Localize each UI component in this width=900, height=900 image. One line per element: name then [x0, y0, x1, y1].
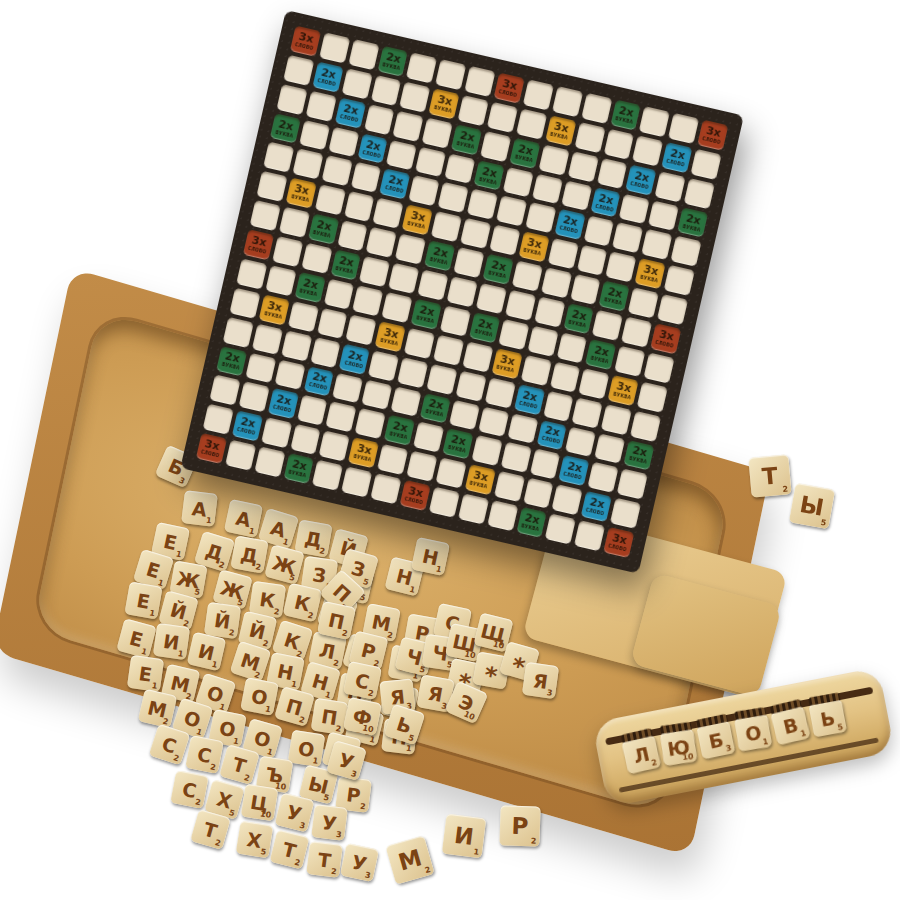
board-cell-r11c1[interactable]	[245, 352, 276, 383]
board-cell-r9c4[interactable]	[346, 314, 377, 345]
letter-tile-И[interactable]: И1	[442, 814, 487, 859]
letter-tile-Й[interactable]: Й2	[204, 601, 241, 638]
board-cell-r9c2[interactable]	[288, 301, 319, 332]
letter-tile-Е[interactable]: Е1	[124, 581, 162, 619]
board-cell-r4c13[interactable]	[641, 229, 672, 260]
board-cell-r8c11[interactable]	[556, 332, 587, 363]
letter-tile-Ф[interactable]: Ф10	[343, 697, 382, 736]
premium-cell-double-letter-r6c2[interactable]: 2хБУКВА	[308, 214, 339, 245]
premium-cell-double-letter-r8c6[interactable]: 2хБУКВА	[411, 299, 442, 330]
board-cell-r13c8[interactable]	[435, 458, 466, 489]
board-cell-r5c4[interactable]	[373, 198, 404, 229]
board-cell-r6c5[interactable]	[395, 234, 426, 265]
premium-cell-double-letter-r3c14[interactable]: 2хБУКВА	[677, 207, 708, 238]
board-cell-r0c2[interactable]	[348, 39, 379, 70]
premium-cell-double-letter-r6c6[interactable]: 2хБУКВА	[424, 240, 455, 271]
premium-cell-double-word-r11c3[interactable]: 2хСЛОВО	[303, 366, 334, 397]
board-cell-r10c2[interactable]	[281, 330, 312, 361]
board-cell-r12c9[interactable]	[471, 435, 502, 466]
board-cell-r3c10[interactable]	[561, 180, 592, 211]
letter-tile-О[interactable]: О1	[288, 730, 326, 768]
premium-cell-triple-letter-r5c1[interactable]: 3хБУКВА	[285, 178, 316, 209]
tile-value: 3	[725, 743, 732, 753]
board-cell-r1c14[interactable]	[691, 149, 722, 180]
letter-tile-М[interactable]: М2	[138, 689, 178, 729]
board-cell-r6c9[interactable]	[512, 261, 543, 292]
board-cell-r0c5[interactable]	[435, 59, 466, 90]
board-cell-r10c3[interactable]	[310, 337, 341, 368]
board-cell-r5c3[interactable]	[344, 191, 375, 222]
board-cell-r3c1[interactable]	[299, 120, 330, 151]
letter-tile-Я[interactable]: Я3	[522, 662, 559, 699]
tile-value: 1	[435, 565, 442, 575]
board-cell-r7c13[interactable]	[621, 317, 652, 348]
board-cell-r1c6[interactable]	[458, 95, 489, 126]
premium-cell-double-letter-r0c11[interactable]: 2хБУКВА	[610, 99, 641, 130]
premium-cell-double-word-r2c2[interactable]: 2хСЛОВО	[335, 97, 366, 128]
board-cell-r9c7[interactable]	[433, 335, 464, 366]
board-cell-r14c2[interactable]	[254, 446, 285, 477]
board-cell-r8c3[interactable]	[323, 279, 354, 310]
premium-cell-double-word-r1c1[interactable]: 2хСЛОВО	[312, 61, 343, 92]
premium-cell-double-word-r2c12[interactable]: 2хСЛОВО	[626, 164, 657, 195]
board-cell-r11c9[interactable]	[478, 406, 509, 437]
letter-tile-С[interactable]: С2	[185, 735, 224, 774]
premium-cell-triple-letter-r5c13[interactable]: 3хБУКВА	[635, 258, 666, 289]
board-cell-r13c7[interactable]	[406, 451, 437, 482]
board-cell-r8c0[interactable]	[236, 258, 267, 289]
premium-cell-double-word-r10c4[interactable]: 2хСЛОВО	[339, 343, 370, 374]
premium-cell-triple-word-r14c7[interactable]: 3хСЛОВО	[400, 480, 431, 511]
board-cell-r4c2[interactable]	[321, 155, 352, 186]
premium-cell-triple-word-r14c14[interactable]: 3хСЛОВО	[603, 527, 634, 558]
tile-value: 2	[218, 560, 226, 570]
board-cell-r9c3[interactable]	[317, 308, 348, 339]
tile-value: 2	[367, 689, 374, 699]
premium-cell-double-letter-r14c11[interactable]: 2хБУКВА	[516, 507, 547, 538]
board-cell-r12c13[interactable]	[588, 462, 619, 493]
board-cell-r11c6[interactable]	[391, 386, 422, 417]
board-cell-r14c13[interactable]	[574, 520, 605, 551]
board-cell-r12c11[interactable]	[529, 449, 560, 480]
premium-cell-triple-letter-r5c5[interactable]: 3хБУКВА	[402, 205, 433, 236]
board-cell-r6c0[interactable]	[250, 200, 281, 231]
board-cell-r1c2[interactable]	[341, 68, 372, 99]
board-cell-r0c6[interactable]	[465, 66, 496, 97]
board-cell-r12c1[interactable]	[238, 382, 269, 413]
board-cell-r0c13[interactable]	[668, 113, 699, 144]
board-cell-r11c2[interactable]	[274, 359, 305, 390]
board-cell-r13c6[interactable]	[377, 444, 408, 475]
premium-cell-triple-letter-r9c1[interactable]: 3хБУКВА	[259, 294, 290, 325]
tile-value: 1	[312, 756, 319, 766]
premium-cell-double-letter-r14c3[interactable]: 2хБУКВА	[283, 453, 314, 484]
board-cell-r2c3[interactable]	[364, 104, 395, 135]
premium-cell-double-letter-r3c7[interactable]: 2хБУКВА	[473, 160, 504, 191]
premium-cell-double-letter-r6c12[interactable]: 2хБУКВА	[599, 281, 630, 312]
board-cell-r1c8[interactable]	[516, 108, 547, 139]
board-cell-r4c7[interactable]	[467, 189, 498, 220]
premium-cell-triple-letter-r13c5[interactable]: 3хБУКВА	[348, 437, 379, 468]
board-cell-r6c7[interactable]	[453, 247, 484, 278]
board-cell-r8c13[interactable]	[614, 346, 645, 377]
letter-tile-О[interactable]: О1	[240, 677, 279, 716]
tile-value: 1	[205, 516, 212, 526]
tile-value: 2	[424, 865, 432, 875]
board-cell-r2c1[interactable]	[306, 90, 337, 121]
board-cell-r11c10[interactable]	[507, 413, 538, 444]
board-cell-r3c9[interactable]	[532, 173, 563, 204]
board-cell-r14c10[interactable]	[487, 500, 518, 531]
board-cell-r10c1[interactable]	[252, 323, 283, 354]
board-cell-r1c10[interactable]	[574, 122, 605, 153]
letter-tile-О[interactable]: О1	[734, 714, 772, 752]
board-cell-r5c0[interactable]	[256, 171, 287, 202]
board-cell-r9c10[interactable]	[520, 355, 551, 386]
board-cell-r8c5[interactable]	[382, 292, 413, 323]
tile-value: 1	[282, 537, 290, 547]
premium-cell-double-letter-r12c8[interactable]: 2хБУКВА	[442, 429, 473, 460]
board-cell-r5c14[interactable]	[664, 265, 695, 296]
board-cell-r13c12[interactable]	[552, 485, 583, 516]
premium-cell-double-word-r1c13[interactable]: 2хСЛОВО	[662, 142, 693, 173]
letter-tile-У[interactable]: У3	[340, 843, 379, 882]
premium-cell-triple-word-r14c0[interactable]: 3хСЛОВО	[196, 433, 227, 464]
board-cell-r14c8[interactable]	[429, 487, 460, 518]
tile-value: 2	[650, 758, 657, 768]
premium-cell-double-word-r13c1[interactable]: 2хСЛОВО	[232, 411, 263, 442]
letter-tile-М[interactable]: М2	[385, 835, 434, 884]
board-cell-r6c4[interactable]	[366, 227, 397, 258]
board-cell-r13c10[interactable]	[494, 471, 525, 502]
board-cell-r8c9[interactable]	[498, 319, 529, 350]
tile-value: 5	[289, 573, 297, 583]
premium-cell-triple-word-r0c14[interactable]: 3хСЛОВО	[697, 120, 728, 151]
board-cell-r8c7[interactable]	[440, 305, 471, 336]
premium-cell-triple-letter-r9c13[interactable]: 3хБУКВА	[608, 375, 639, 406]
premium-cell-double-letter-r11c7[interactable]: 2хБУКВА	[420, 393, 451, 424]
letter-tile-Т[interactable]: Т2	[306, 841, 343, 878]
board-cell-r5c11[interactable]	[576, 245, 607, 276]
tile-value: 1	[762, 737, 769, 747]
tile-letter: Л	[631, 742, 651, 767]
board-cell-r14c1[interactable]	[225, 440, 256, 471]
letter-tile-Ц[interactable]: Ц10	[240, 783, 278, 821]
letter-tile-Н[interactable]: Н1	[411, 537, 450, 576]
board-cell-r7c9[interactable]	[505, 290, 536, 321]
board-cell-r5c8[interactable]	[489, 225, 520, 256]
premium-cell-double-letter-r11c0[interactable]: 2хБУКВА	[216, 346, 247, 377]
premium-cell-triple-word-r0c0[interactable]: 3хСЛОВО	[290, 26, 321, 57]
board-cell-r5c10[interactable]	[547, 238, 578, 269]
board-cell-r13c14[interactable]	[610, 498, 641, 529]
tile-letter: О	[743, 721, 762, 745]
tile-value: 2	[341, 629, 348, 639]
tile-value: 5	[194, 588, 201, 598]
board-cell-r2c5[interactable]	[422, 117, 453, 148]
board-cell-r2c11[interactable]	[597, 158, 628, 189]
board-cell-r0c1[interactable]	[319, 32, 350, 63]
board-cell-r6c3[interactable]	[337, 220, 368, 251]
board-cell-r10c0[interactable]	[223, 317, 254, 348]
premium-cell-triple-letter-r9c5[interactable]: 3хБУКВА	[375, 321, 406, 352]
letter-tile-П[interactable]: П2	[317, 601, 356, 640]
board-cell-r10c6[interactable]	[397, 357, 428, 388]
board-cell-r11c13[interactable]	[594, 433, 625, 464]
board-cell-r13c0[interactable]	[203, 404, 234, 435]
board-cell-r8c1[interactable]	[265, 265, 296, 296]
letter-tile-Ы[interactable]: Ы5	[789, 483, 835, 529]
tile-value: 5	[820, 518, 827, 528]
tile-value: 1	[141, 647, 149, 657]
board-cell-r7c6[interactable]	[417, 270, 448, 301]
board-cell-r6c11[interactable]	[570, 274, 601, 305]
premium-cell-triple-letter-r1c5[interactable]: 3хБУКВА	[429, 88, 460, 119]
premium-cell-double-letter-r3c0[interactable]: 2хБУКВА	[270, 113, 301, 144]
board-cell-r0c9[interactable]	[552, 86, 583, 117]
board-cell-r10c14[interactable]	[630, 411, 661, 442]
letter-tile-С[interactable]: С2	[343, 661, 382, 700]
board-cell-r9c6[interactable]	[404, 328, 435, 359]
board-cell-r2c4[interactable]	[393, 111, 424, 142]
board-cell-r9c8[interactable]	[462, 341, 493, 372]
letter-tile-Ю[interactable]: Ю10	[660, 729, 697, 766]
premium-cell-double-letter-r6c8[interactable]: 2хБУКВА	[482, 254, 513, 285]
board-cell-r3c6[interactable]	[444, 153, 475, 184]
board-cell-r4c8[interactable]	[496, 196, 527, 227]
board-cell-r9c11[interactable]	[550, 361, 581, 392]
board-cell-r9c0[interactable]	[229, 287, 260, 318]
board-cell-r2c7[interactable]	[480, 131, 511, 162]
premium-cell-double-word-r4c4[interactable]: 2хСЛОВО	[379, 169, 410, 200]
tile-value: 3	[546, 688, 553, 698]
tile-value: 1	[211, 659, 218, 669]
board-cell-r10c7[interactable]	[426, 364, 457, 395]
premium-cell-double-word-r10c10[interactable]: 2хСЛОВО	[514, 384, 545, 415]
board-cell-r3c2[interactable]	[328, 126, 359, 157]
board-cell-r5c6[interactable]	[431, 211, 462, 242]
board-cell-r7c4[interactable]	[359, 256, 390, 287]
tile-value: 2	[214, 838, 222, 848]
board-cell-r10c8[interactable]	[456, 370, 487, 401]
premium-cell-double-letter-r7c3[interactable]: 2хБУКВА	[330, 249, 361, 280]
tile-value: 2	[782, 484, 788, 493]
board-cell-r4c9[interactable]	[525, 202, 556, 233]
board-cell-r11c8[interactable]	[449, 399, 480, 430]
board-cell-r7c12[interactable]	[592, 310, 623, 341]
board-cell-r13c11[interactable]	[523, 478, 554, 509]
tile-value: 2	[243, 773, 251, 783]
board-cell-r14c4[interactable]	[312, 460, 343, 491]
board-cell-r0c4[interactable]	[406, 52, 437, 83]
board-cell-r11c4[interactable]	[332, 373, 363, 404]
letter-tile-Т[interactable]: Т2	[748, 454, 791, 497]
premium-cell-double-word-r11c11[interactable]: 2хСЛОВО	[536, 420, 567, 451]
letter-tile-Х[interactable]: Х5	[236, 820, 274, 858]
tile-value: 5	[837, 722, 844, 732]
letter-tile-У[interactable]: У3	[311, 804, 348, 841]
tile-letter: Е	[137, 661, 153, 685]
board-cell-r6c10[interactable]	[541, 267, 572, 298]
board-cell-r6c14[interactable]	[657, 294, 688, 325]
board-cell-r0c10[interactable]	[581, 93, 612, 124]
board-cell-r1c3[interactable]	[371, 75, 402, 106]
board-cell-r14c9[interactable]	[458, 493, 489, 524]
premium-cell-double-letter-r8c12[interactable]: 2хБУКВА	[585, 339, 616, 370]
board-cell-r9c12[interactable]	[579, 368, 610, 399]
board-cell-r1c12[interactable]	[632, 135, 663, 166]
board-cell-r12c7[interactable]	[413, 422, 444, 453]
premium-cell-double-letter-r8c2[interactable]: 2хБУКВА	[294, 272, 325, 303]
board-cell-r0c8[interactable]	[523, 79, 554, 110]
board-cell-r5c12[interactable]	[606, 252, 637, 283]
board-cell-r14c5[interactable]	[341, 467, 372, 498]
premium-cell-double-letter-r12c6[interactable]: 2хБУКВА	[384, 415, 415, 446]
board-cell-r4c1[interactable]	[292, 149, 323, 180]
board-cell-r4c6[interactable]	[438, 182, 469, 213]
board-cell-r4c3[interactable]	[350, 162, 381, 193]
board-cell-r13c3[interactable]	[290, 424, 321, 455]
premium-cell-double-word-r13c13[interactable]: 2хСЛОВО	[581, 491, 612, 522]
board-cell-r13c2[interactable]	[261, 417, 292, 448]
board-cell-r5c7[interactable]	[460, 218, 491, 249]
board-cell-r12c0[interactable]	[209, 375, 240, 406]
board-cell-r3c4[interactable]	[386, 140, 417, 171]
board-cell-r2c14[interactable]	[684, 178, 715, 209]
letter-tile-А[interactable]: А1	[181, 490, 218, 527]
photo-scene: А1А1А1Д2Й2Е1Д2Д2Ж5З5З5Е1Ж5Ж5К2К2Л2М2Е1Й2…	[0, 0, 900, 900]
tile-letter: В	[781, 713, 800, 738]
board-cell-r4c14[interactable]	[670, 236, 701, 267]
board-cell-r3c13[interactable]	[648, 200, 679, 231]
tile-value: 1	[368, 734, 376, 744]
tile-value: 2	[262, 638, 269, 648]
letter-tile-А[interactable]: А1	[224, 499, 263, 538]
board-cell-r7c7[interactable]	[447, 276, 478, 307]
board-cell-r8c14[interactable]	[644, 352, 675, 383]
tile-letter: *	[482, 661, 499, 691]
premium-cell-double-word-r4c10[interactable]: 2хСЛОВО	[554, 209, 585, 240]
premium-cell-triple-word-r7c14[interactable]: 3хСЛОВО	[650, 323, 681, 354]
tile-value: 10	[464, 649, 477, 660]
tile-value: 1	[408, 585, 416, 595]
premium-cell-double-word-r12c12[interactable]: 2хСЛОВО	[559, 455, 590, 486]
premium-cell-double-letter-r2c6[interactable]: 2хБУКВА	[451, 124, 482, 155]
board-cell-r4c11[interactable]	[583, 216, 614, 247]
tile-value: 2	[319, 546, 326, 556]
board-cell-r4c0[interactable]	[263, 142, 294, 173]
board-cell-r7c1[interactable]	[272, 236, 303, 267]
board-cell-r10c9[interactable]	[485, 377, 516, 408]
tile-value: 1	[800, 728, 808, 738]
board-cell-r3c8[interactable]	[503, 167, 534, 198]
board-cell-r2c13[interactable]	[655, 171, 686, 202]
board-cell-r12c5[interactable]	[355, 408, 386, 439]
board-cell-r4c5[interactable]	[409, 176, 440, 207]
board-cell-r0c12[interactable]	[639, 106, 670, 137]
board-cell-r2c9[interactable]	[538, 144, 569, 175]
board-cell-r2c0[interactable]	[276, 84, 307, 115]
letter-tile-Ь[interactable]: Ь5	[809, 699, 847, 737]
premium-cell-triple-letter-r13c9[interactable]: 3хБУКВА	[464, 464, 495, 495]
board-cell-r7c5[interactable]	[388, 263, 419, 294]
board-cell-r3c5[interactable]	[415, 146, 446, 177]
board-cell-r13c4[interactable]	[319, 431, 350, 462]
board-cell-r10c12[interactable]	[572, 397, 603, 428]
letter-tile-Р[interactable]: Р2	[499, 805, 540, 846]
tile-value: 2	[273, 607, 280, 617]
board-cell-r12c10[interactable]	[500, 442, 531, 473]
letter-tile-С[interactable]: С2	[170, 770, 209, 809]
letter-tile-Е[interactable]: Е1	[127, 654, 164, 691]
board-cell-r4c12[interactable]	[612, 223, 643, 254]
premium-cell-triple-word-r7c0[interactable]: 3хСЛОВО	[243, 229, 274, 260]
premium-cell-double-word-r12c2[interactable]: 2хСЛОВО	[267, 388, 298, 419]
tile-value: 2	[255, 562, 262, 572]
premium-cell-double-letter-r2c8[interactable]: 2хБУКВА	[509, 138, 540, 169]
board-cell-r12c4[interactable]	[326, 402, 357, 433]
board-cell-r11c5[interactable]	[362, 379, 393, 410]
board-cell-r8c10[interactable]	[527, 326, 558, 357]
board-cell-r3c12[interactable]	[619, 194, 650, 225]
board-cell-r9c14[interactable]	[637, 382, 668, 413]
board-cell-r2c10[interactable]	[567, 151, 598, 182]
board-cell-r1c0[interactable]	[283, 55, 314, 86]
tile-value: 1	[148, 608, 155, 618]
board-cell-r7c2[interactable]	[301, 243, 332, 274]
letter-tile-У[interactable]: У3	[274, 792, 314, 832]
board-cell-r1c4[interactable]	[400, 82, 431, 113]
letter-tile-Т[interactable]: Т2	[270, 829, 310, 869]
premium-cell-double-word-r3c11[interactable]: 2хСЛОВО	[590, 187, 621, 218]
board-cell-r12c3[interactable]	[297, 395, 328, 426]
board-cell-r12c14[interactable]	[617, 469, 648, 500]
tile-value: 2	[194, 797, 201, 807]
board-cell-r14c6[interactable]	[370, 473, 401, 504]
letter-tile-Д[interactable]: Д2	[231, 535, 269, 573]
board-cell-r7c8[interactable]	[476, 283, 507, 314]
tile-value: 1	[151, 681, 158, 691]
board-cell-r10c13[interactable]	[601, 404, 632, 435]
board-cell-r10c5[interactable]	[368, 350, 399, 381]
board-cell-r10c11[interactable]	[543, 390, 574, 421]
premium-cell-double-word-r3c3[interactable]: 2хСЛОВО	[357, 133, 388, 164]
premium-cell-triple-word-r0c7[interactable]: 3хСЛОВО	[494, 73, 525, 104]
board-cell-r7c10[interactable]	[534, 296, 565, 327]
board-cell-r11c12[interactable]	[565, 426, 596, 457]
premium-cell-double-letter-r7c11[interactable]: 2хБУКВА	[563, 303, 594, 334]
premium-cell-triple-letter-r1c9[interactable]: 3хБУКВА	[545, 115, 576, 146]
letter-tile-И[interactable]: И1	[153, 623, 190, 660]
tile-value: 10	[362, 723, 375, 734]
board-cell-r5c2[interactable]	[315, 185, 346, 216]
board-cell-r8c4[interactable]	[353, 285, 384, 316]
board-cell-r1c7[interactable]	[487, 102, 518, 133]
board-cell-r6c13[interactable]	[628, 288, 659, 319]
premium-cell-double-letter-r8c8[interactable]: 2хБУКВА	[469, 312, 500, 343]
tile-letter: Р	[345, 783, 362, 807]
premium-cell-double-letter-r0c3[interactable]: 2хБУКВА	[377, 46, 408, 77]
premium-cell-triple-letter-r9c9[interactable]: 3хБУКВА	[491, 348, 522, 379]
board-cell-r6c1[interactable]	[279, 207, 310, 238]
board-cell-r14c12[interactable]	[545, 514, 576, 545]
letter-tile-П[interactable]: П2	[310, 697, 348, 735]
tile-value: 1	[264, 704, 271, 714]
premium-cell-double-letter-r11c14[interactable]: 2хБУКВА	[623, 440, 654, 471]
letter-tile-Б[interactable]: Б3	[696, 720, 735, 759]
board-cell-r1c11[interactable]	[603, 129, 634, 160]
premium-cell-triple-letter-r5c9[interactable]: 3хБУКВА	[518, 232, 549, 263]
